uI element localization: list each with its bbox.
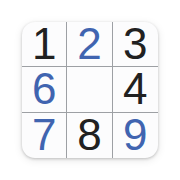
sudoku-cell-r2c1: 6 [22, 67, 67, 112]
sudoku-cell-r3c3: 9 [113, 113, 158, 158]
sudoku-cell-r2c2 [67, 67, 112, 112]
sudoku-app-icon[interactable]: 1 2 3 6 4 7 8 9 [22, 22, 158, 158]
sudoku-cell-r1c2: 2 [67, 22, 112, 67]
sudoku-grid: 1 2 3 6 4 7 8 9 [22, 22, 158, 158]
sudoku-cell-r1c3: 3 [113, 22, 158, 67]
sudoku-cell-r3c1: 7 [22, 113, 67, 158]
screen: 1 2 3 6 4 7 8 9 [0, 0, 180, 180]
sudoku-cell-r3c2: 8 [67, 113, 112, 158]
sudoku-cell-r1c1: 1 [22, 22, 67, 67]
sudoku-cell-r2c3: 4 [113, 67, 158, 112]
